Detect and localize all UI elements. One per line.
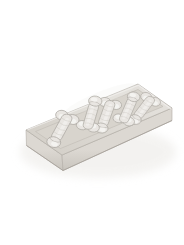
- product-photo: [0, 0, 184, 245]
- mould-tray-photo: [0, 0, 184, 245]
